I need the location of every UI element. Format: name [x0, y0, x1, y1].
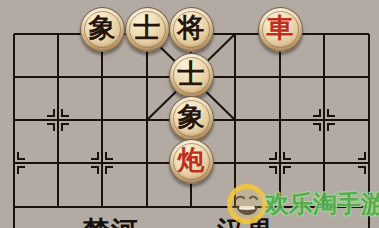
point-marker — [18, 167, 25, 174]
point-marker — [269, 152, 276, 159]
piece-character: 象 — [89, 15, 116, 42]
point-marker — [328, 124, 335, 131]
piece-red-cannon[interactable]: 炮 — [169, 139, 214, 184]
smiley-face-icon — [226, 183, 268, 225]
point-marker — [328, 109, 335, 116]
piece-character: 象 — [178, 104, 205, 131]
piece-red-chariot[interactable]: 車 — [258, 7, 303, 52]
piece-black-elephant[interactable]: 象 — [169, 96, 214, 141]
watermark-text: 欢乐淘手游 — [265, 188, 379, 220]
piece-black-elephant[interactable]: 象 — [80, 7, 125, 52]
point-marker — [47, 124, 54, 131]
point-marker — [62, 124, 69, 131]
xiangqi-board[interactable]: 象士将車士象炮 楚河 汉界 欢乐淘手游 — [0, 0, 379, 228]
piece-character: 炮 — [178, 147, 205, 174]
piece-character: 士 — [134, 15, 161, 42]
point-marker — [62, 109, 69, 116]
point-marker — [358, 167, 365, 174]
point-marker — [106, 152, 113, 159]
river-label-chu: 楚河 — [82, 213, 140, 228]
point-marker — [284, 152, 291, 159]
piece-character: 車 — [267, 15, 294, 42]
point-marker — [313, 124, 320, 131]
point-marker — [47, 109, 54, 116]
point-marker — [313, 109, 320, 116]
point-marker — [91, 152, 98, 159]
watermark: 欢乐淘手游 — [226, 183, 379, 225]
piece-black-advisor[interactable]: 士 — [125, 7, 170, 52]
point-marker — [358, 152, 365, 159]
point-marker — [269, 167, 276, 174]
piece-character: 将 — [178, 15, 205, 42]
point-marker — [91, 167, 98, 174]
piece-black-general[interactable]: 将 — [169, 7, 214, 52]
point-marker — [106, 167, 113, 174]
point-marker — [284, 167, 291, 174]
piece-character: 士 — [178, 61, 205, 88]
point-marker — [18, 152, 25, 159]
piece-black-advisor[interactable]: 士 — [169, 53, 214, 98]
